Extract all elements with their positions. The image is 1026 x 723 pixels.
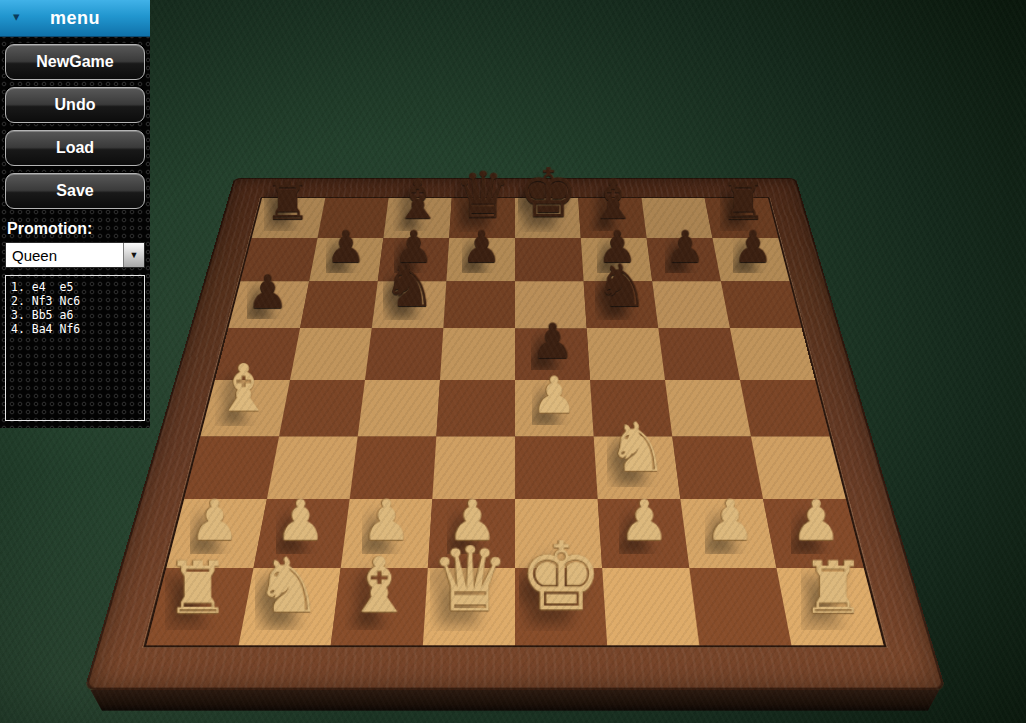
square-b6[interactable] (300, 281, 378, 328)
piece-white-king-e1[interactable]: ♚ (518, 529, 603, 623)
square-g7[interactable]: ♟ (647, 238, 721, 281)
square-g2[interactable]: ♟ (680, 499, 776, 568)
move-list[interactable]: 1. e4 e5 2. Nf3 Nc6 3. Bb5 a6 4. Ba4 Nf6 (5, 275, 145, 421)
piece-white-queen-d1[interactable]: ♛ (429, 534, 509, 624)
square-g1[interactable] (689, 568, 791, 645)
square-f2[interactable]: ♟ (598, 499, 690, 568)
undo-button[interactable]: Undo (5, 87, 145, 123)
square-g6[interactable] (652, 281, 730, 328)
square-d6[interactable] (443, 281, 515, 328)
square-e3[interactable] (515, 437, 598, 499)
piece-black-queen-d8[interactable]: ♛ (454, 163, 512, 227)
square-e4[interactable]: ♟ (515, 380, 594, 437)
piece-white-pawn-a2[interactable]: ♟ (189, 493, 239, 549)
square-c5[interactable] (365, 328, 443, 380)
piece-black-bishop-c8[interactable]: ♝ (393, 172, 442, 227)
square-h6[interactable] (721, 281, 802, 328)
piece-black-rook-h8[interactable]: ♜ (719, 175, 766, 227)
piece-black-king-e8[interactable]: ♚ (517, 159, 578, 227)
piece-black-rook-a8[interactable]: ♜ (264, 175, 311, 227)
square-a8[interactable]: ♜ (252, 198, 326, 238)
chess-board-grid: ♜♝♛♚♝♜♟♟♟♟♟♟♟♞♞♟♝♟♞♟♟♟♟♟♟♟♜♞♝♛♚♜ (146, 198, 883, 645)
chess-board: ♜♝♛♚♝♜♟♟♟♟♟♟♟♞♞♟♝♟♞♟♟♟♟♟♟♟♜♞♝♛♚♜ (84, 178, 946, 690)
piece-black-pawn-a6[interactable]: ♟ (246, 269, 287, 315)
square-a6[interactable]: ♟ (228, 281, 309, 328)
square-e8[interactable]: ♚ (515, 198, 581, 238)
promotion-select[interactable]: Queen ▼ (5, 242, 145, 268)
table-felt: ♜♝♛♚♝♜♟♟♟♟♟♟♟♞♞♟♝♟♞♟♟♟♟♟♟♟♜♞♝♛♚♜ (0, 0, 1026, 723)
piece-white-pawn-b2[interactable]: ♟ (275, 493, 325, 549)
square-f1[interactable] (602, 568, 699, 645)
square-f5[interactable] (587, 328, 665, 380)
menu-header[interactable]: ▾ menu (0, 0, 150, 37)
piece-white-rook-a1[interactable]: ♜ (165, 551, 230, 624)
piece-black-bishop-f8[interactable]: ♝ (588, 172, 637, 227)
piece-black-pawn-e5[interactable]: ♟ (530, 317, 573, 365)
square-c6[interactable]: ♞ (372, 281, 447, 328)
move-list-line: 1. e4 e5 (11, 280, 144, 294)
square-g4[interactable] (665, 380, 751, 437)
move-list-line: 3. Bb5 a6 (11, 308, 144, 322)
square-c4[interactable] (358, 380, 440, 437)
menu-title: menu (50, 8, 100, 29)
piece-white-bishop-a4[interactable]: ♝ (214, 356, 272, 421)
piece-white-pawn-e4[interactable]: ♟ (531, 370, 576, 421)
load-button[interactable]: Load (5, 130, 145, 166)
piece-white-knight-f3[interactable]: ♞ (607, 413, 668, 482)
piece-white-bishop-c1[interactable]: ♝ (345, 547, 413, 623)
save-button[interactable]: Save (5, 173, 145, 209)
piece-white-pawn-c2[interactable]: ♟ (361, 493, 411, 549)
square-c1[interactable]: ♝ (331, 568, 428, 645)
square-d7[interactable]: ♟ (446, 238, 515, 281)
square-d4[interactable] (436, 380, 515, 437)
new-game-button[interactable]: NewGame (5, 44, 145, 80)
caret-down-icon: ▾ (13, 9, 20, 24)
square-a1[interactable]: ♜ (146, 568, 253, 645)
piece-black-pawn-g7[interactable]: ♟ (665, 225, 705, 269)
square-e7[interactable] (515, 238, 584, 281)
square-f6[interactable]: ♞ (584, 281, 659, 328)
piece-white-pawn-h2[interactable]: ♟ (791, 493, 841, 549)
square-h1[interactable]: ♜ (776, 568, 883, 645)
square-b1[interactable]: ♞ (239, 568, 341, 645)
piece-black-pawn-h7[interactable]: ♟ (733, 225, 773, 269)
piece-black-pawn-d7[interactable]: ♟ (461, 225, 501, 269)
move-list-line: 2. Nf3 Nc6 (11, 294, 144, 308)
piece-black-pawn-b7[interactable]: ♟ (326, 225, 366, 269)
piece-black-knight-c6[interactable]: ♞ (382, 256, 435, 315)
app-window: ♜♝♛♚♝♜♟♟♟♟♟♟♟♞♞♟♝♟♞♟♟♟♟♟♟♟♜♞♝♛♚♜ ▾ menu … (0, 0, 1026, 723)
square-a4[interactable]: ♝ (200, 380, 290, 437)
sidebar: ▾ menu NewGame Undo Load Save Promotion:… (0, 0, 150, 428)
square-b7[interactable]: ♟ (309, 238, 383, 281)
square-g5[interactable] (658, 328, 740, 380)
piece-white-rook-h1[interactable]: ♜ (800, 551, 865, 624)
move-list-line: 4. Ba4 Nf6 (11, 322, 144, 336)
square-b4[interactable] (279, 380, 365, 437)
square-h5[interactable] (730, 328, 815, 380)
promotion-label: Promotion: (7, 220, 150, 238)
piece-white-pawn-g2[interactable]: ♟ (705, 493, 755, 549)
dropdown-arrow-icon: ▼ (130, 250, 139, 260)
square-d1[interactable]: ♛ (423, 568, 515, 645)
square-h4[interactable] (740, 380, 830, 437)
piece-white-pawn-f2[interactable]: ♟ (619, 493, 669, 549)
promotion-dropdown-button[interactable]: ▼ (123, 243, 144, 267)
square-e1[interactable]: ♚ (515, 568, 607, 645)
board-front-edge (90, 690, 939, 711)
piece-black-knight-f6[interactable]: ♞ (595, 256, 648, 315)
promotion-selected-value: Queen (6, 243, 123, 267)
square-b5[interactable] (290, 328, 372, 380)
piece-white-knight-b1[interactable]: ♞ (254, 547, 322, 623)
square-d5[interactable] (440, 328, 515, 380)
square-h7[interactable]: ♟ (712, 238, 789, 281)
